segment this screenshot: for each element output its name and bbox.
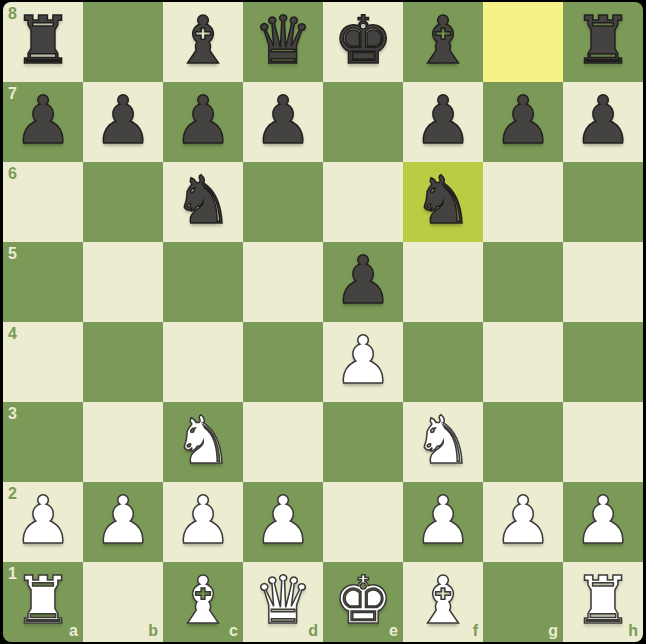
chess-board: 8♜♝♛♚♝♜7♟♟♟♟♟♟♟6♞♞5♟4♟3♞♞2♟♟♟♟♟♟♟1a♜bc♝d… [3, 2, 643, 642]
square-e6[interactable] [323, 162, 403, 242]
white-king-e1[interactable]: ♚ [323, 562, 403, 642]
square-h8[interactable]: ♜ [563, 2, 643, 82]
black-queen-d8[interactable]: ♛ [243, 2, 323, 82]
square-d5[interactable] [243, 242, 323, 322]
black-rook-a8[interactable]: ♜ [3, 2, 83, 82]
black-pawn-f7[interactable]: ♟ [403, 82, 483, 162]
square-a4[interactable]: 4 [3, 322, 83, 402]
white-bishop-f1[interactable]: ♝ [403, 562, 483, 642]
white-knight-f3[interactable]: ♞ [403, 402, 483, 482]
black-rook-h8[interactable]: ♜ [563, 2, 643, 82]
black-pawn-g7[interactable]: ♟ [483, 82, 563, 162]
square-c1[interactable]: c♝ [163, 562, 243, 642]
square-g3[interactable] [483, 402, 563, 482]
square-d4[interactable] [243, 322, 323, 402]
white-pawn-e4[interactable]: ♟ [323, 322, 403, 402]
white-pawn-h2[interactable]: ♟ [563, 482, 643, 562]
square-e7[interactable] [323, 82, 403, 162]
square-h7[interactable]: ♟ [563, 82, 643, 162]
file-label-g: g [548, 622, 558, 640]
square-b4[interactable] [83, 322, 163, 402]
white-pawn-a2[interactable]: ♟ [3, 482, 83, 562]
rank-label-4: 4 [8, 325, 17, 343]
square-g7[interactable]: ♟ [483, 82, 563, 162]
white-bishop-c1[interactable]: ♝ [163, 562, 243, 642]
square-a8[interactable]: 8♜ [3, 2, 83, 82]
square-h5[interactable] [563, 242, 643, 322]
square-g6[interactable] [483, 162, 563, 242]
white-pawn-b2[interactable]: ♟ [83, 482, 163, 562]
square-b1[interactable]: b [83, 562, 163, 642]
square-f2[interactable]: ♟ [403, 482, 483, 562]
black-king-e8[interactable]: ♚ [323, 2, 403, 82]
black-knight-f6[interactable]: ♞ [403, 162, 483, 242]
black-pawn-d7[interactable]: ♟ [243, 82, 323, 162]
square-c5[interactable] [163, 242, 243, 322]
square-e8[interactable]: ♚ [323, 2, 403, 82]
square-c6[interactable]: ♞ [163, 162, 243, 242]
rank-label-3: 3 [8, 405, 17, 423]
black-pawn-e5[interactable]: ♟ [323, 242, 403, 322]
white-pawn-g2[interactable]: ♟ [483, 482, 563, 562]
square-e4[interactable]: ♟ [323, 322, 403, 402]
square-c8[interactable]: ♝ [163, 2, 243, 82]
rank-label-6: 6 [8, 165, 17, 183]
square-a5[interactable]: 5 [3, 242, 83, 322]
square-f5[interactable] [403, 242, 483, 322]
square-e5[interactable]: ♟ [323, 242, 403, 322]
square-b2[interactable]: ♟ [83, 482, 163, 562]
black-pawn-a7[interactable]: ♟ [3, 82, 83, 162]
square-b3[interactable] [83, 402, 163, 482]
square-a2[interactable]: 2♟ [3, 482, 83, 562]
black-pawn-h7[interactable]: ♟ [563, 82, 643, 162]
white-rook-h1[interactable]: ♜ [563, 562, 643, 642]
white-rook-a1[interactable]: ♜ [3, 562, 83, 642]
file-label-b: b [148, 622, 158, 640]
square-h2[interactable]: ♟ [563, 482, 643, 562]
square-f7[interactable]: ♟ [403, 82, 483, 162]
square-h3[interactable] [563, 402, 643, 482]
square-e3[interactable] [323, 402, 403, 482]
square-b8[interactable] [83, 2, 163, 82]
square-f4[interactable] [403, 322, 483, 402]
square-b7[interactable]: ♟ [83, 82, 163, 162]
black-pawn-b7[interactable]: ♟ [83, 82, 163, 162]
square-c2[interactable]: ♟ [163, 482, 243, 562]
square-e2[interactable] [323, 482, 403, 562]
white-pawn-d2[interactable]: ♟ [243, 482, 323, 562]
square-d2[interactable]: ♟ [243, 482, 323, 562]
white-pawn-f2[interactable]: ♟ [403, 482, 483, 562]
square-e1[interactable]: e♚ [323, 562, 403, 642]
square-f6[interactable]: ♞ [403, 162, 483, 242]
square-g2[interactable]: ♟ [483, 482, 563, 562]
square-c3[interactable]: ♞ [163, 402, 243, 482]
square-g8[interactable] [483, 2, 563, 82]
square-a6[interactable]: 6 [3, 162, 83, 242]
square-d1[interactable]: d♛ [243, 562, 323, 642]
square-b5[interactable] [83, 242, 163, 322]
square-f3[interactable]: ♞ [403, 402, 483, 482]
white-queen-d1[interactable]: ♛ [243, 562, 323, 642]
square-c4[interactable] [163, 322, 243, 402]
black-pawn-c7[interactable]: ♟ [163, 82, 243, 162]
square-d7[interactable]: ♟ [243, 82, 323, 162]
square-g4[interactable] [483, 322, 563, 402]
black-bishop-c8[interactable]: ♝ [163, 2, 243, 82]
square-g1[interactable]: g [483, 562, 563, 642]
square-a1[interactable]: 1a♜ [3, 562, 83, 642]
white-knight-c3[interactable]: ♞ [163, 402, 243, 482]
square-h1[interactable]: h♜ [563, 562, 643, 642]
square-d3[interactable] [243, 402, 323, 482]
square-h6[interactable] [563, 162, 643, 242]
black-knight-c6[interactable]: ♞ [163, 162, 243, 242]
square-a3[interactable]: 3 [3, 402, 83, 482]
square-g5[interactable] [483, 242, 563, 322]
square-b6[interactable] [83, 162, 163, 242]
white-pawn-c2[interactable]: ♟ [163, 482, 243, 562]
square-d6[interactable] [243, 162, 323, 242]
square-f1[interactable]: f♝ [403, 562, 483, 642]
square-d8[interactable]: ♛ [243, 2, 323, 82]
square-a7[interactable]: 7♟ [3, 82, 83, 162]
square-c7[interactable]: ♟ [163, 82, 243, 162]
square-h4[interactable] [563, 322, 643, 402]
rank-label-5: 5 [8, 245, 17, 263]
black-bishop-f8[interactable]: ♝ [403, 2, 483, 82]
square-f8[interactable]: ♝ [403, 2, 483, 82]
